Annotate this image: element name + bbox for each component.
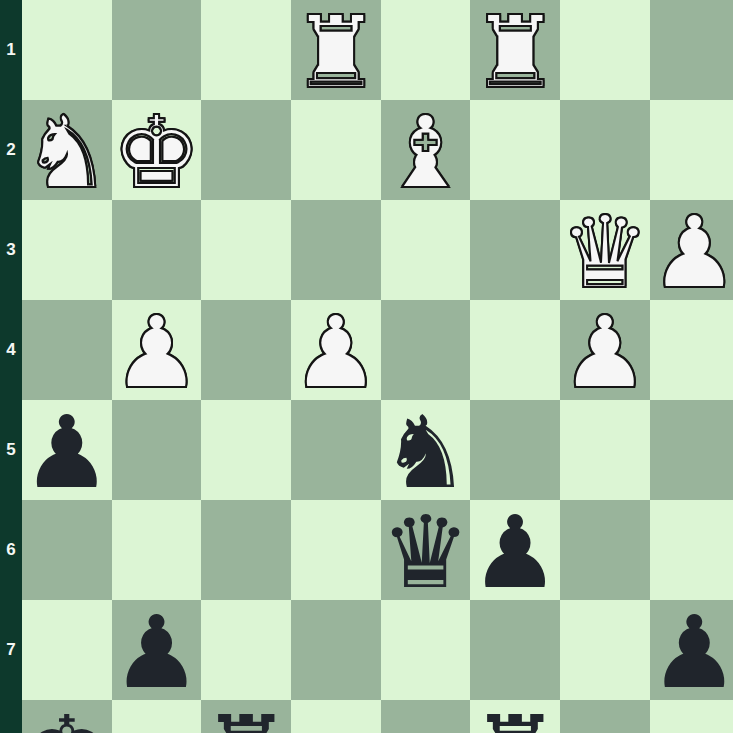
- white-king-g2[interactable]: ♚: [112, 103, 202, 203]
- square-h7[interactable]: [22, 600, 112, 700]
- square-f1[interactable]: [201, 0, 291, 100]
- square-b8[interactable]: [560, 700, 650, 733]
- square-c4[interactable]: [470, 300, 560, 400]
- rank-label-1: 1: [0, 0, 22, 100]
- square-h5[interactable]: ♟: [22, 400, 112, 500]
- black-knight-d5[interactable]: ♞: [381, 403, 471, 503]
- square-a8[interactable]: [650, 700, 733, 733]
- square-a5[interactable]: [650, 400, 733, 500]
- chess-board: 1♜♜2♞♚♝3♛♟4♟♟♟5♟♞6♛♟7♟♟8♚♜♜hgfedcba: [0, 0, 733, 733]
- square-f4[interactable]: [201, 300, 291, 400]
- square-h8[interactable]: ♚: [22, 700, 112, 733]
- square-g1[interactable]: [112, 0, 202, 100]
- square-b3[interactable]: ♛: [560, 200, 650, 300]
- square-g7[interactable]: ♟: [112, 600, 202, 700]
- square-e2[interactable]: [291, 100, 381, 200]
- square-d6[interactable]: ♛: [381, 500, 471, 600]
- square-b2[interactable]: [560, 100, 650, 200]
- square-f6[interactable]: [201, 500, 291, 600]
- square-a7[interactable]: ♟: [650, 600, 733, 700]
- square-h1[interactable]: [22, 0, 112, 100]
- square-b7[interactable]: [560, 600, 650, 700]
- rank-label-2: 2: [0, 100, 22, 200]
- square-c3[interactable]: [470, 200, 560, 300]
- square-a6[interactable]: [650, 500, 733, 600]
- black-pawn-h5[interactable]: ♟: [22, 403, 112, 503]
- square-d7[interactable]: [381, 600, 471, 700]
- square-e3[interactable]: [291, 200, 381, 300]
- rank-label-6: 6: [0, 500, 22, 600]
- square-c5[interactable]: [470, 400, 560, 500]
- black-rook-c8[interactable]: ♜: [470, 703, 560, 733]
- white-rook-c1[interactable]: ♜: [470, 3, 560, 103]
- square-g2[interactable]: ♚: [112, 100, 202, 200]
- square-h3[interactable]: [22, 200, 112, 300]
- square-e8[interactable]: [291, 700, 381, 733]
- square-f2[interactable]: [201, 100, 291, 200]
- square-h2[interactable]: ♞: [22, 100, 112, 200]
- square-b1[interactable]: [560, 0, 650, 100]
- white-rook-e1[interactable]: ♜: [291, 3, 381, 103]
- square-c1[interactable]: ♜: [470, 0, 560, 100]
- white-queen-b3[interactable]: ♛: [560, 203, 650, 303]
- square-c2[interactable]: [470, 100, 560, 200]
- square-a1[interactable]: [650, 0, 733, 100]
- square-e6[interactable]: [291, 500, 381, 600]
- square-g8[interactable]: [112, 700, 202, 733]
- square-g6[interactable]: [112, 500, 202, 600]
- white-knight-h2[interactable]: ♞: [22, 103, 112, 203]
- rank-label-5: 5: [0, 400, 22, 500]
- black-pawn-g7[interactable]: ♟: [112, 603, 202, 703]
- square-e5[interactable]: [291, 400, 381, 500]
- white-bishop-d2[interactable]: ♝: [381, 103, 471, 203]
- square-g4[interactable]: ♟: [112, 300, 202, 400]
- square-d1[interactable]: [381, 0, 471, 100]
- square-f5[interactable]: [201, 400, 291, 500]
- square-h4[interactable]: [22, 300, 112, 400]
- square-f8[interactable]: ♜: [201, 700, 291, 733]
- square-d3[interactable]: [381, 200, 471, 300]
- square-e4[interactable]: ♟: [291, 300, 381, 400]
- square-b5[interactable]: [560, 400, 650, 500]
- white-pawn-g4[interactable]: ♟: [112, 303, 202, 403]
- square-g3[interactable]: [112, 200, 202, 300]
- square-d2[interactable]: ♝: [381, 100, 471, 200]
- square-d8[interactable]: [381, 700, 471, 733]
- black-rook-f8[interactable]: ♜: [201, 703, 291, 733]
- square-h6[interactable]: [22, 500, 112, 600]
- square-g5[interactable]: [112, 400, 202, 500]
- square-c8[interactable]: ♜: [470, 700, 560, 733]
- square-a2[interactable]: [650, 100, 733, 200]
- white-pawn-a3[interactable]: ♟: [650, 203, 733, 303]
- rank-label-4: 4: [0, 300, 22, 400]
- black-queen-d6[interactable]: ♛: [381, 503, 471, 603]
- square-a3[interactable]: ♟: [650, 200, 733, 300]
- rank-label-7: 7: [0, 600, 22, 700]
- square-f7[interactable]: [201, 600, 291, 700]
- square-c7[interactable]: [470, 600, 560, 700]
- black-pawn-c6[interactable]: ♟: [470, 503, 560, 603]
- rank-label-8: 8: [0, 700, 22, 733]
- square-c6[interactable]: ♟: [470, 500, 560, 600]
- square-b4[interactable]: ♟: [560, 300, 650, 400]
- rank-label-3: 3: [0, 200, 22, 300]
- white-pawn-b4[interactable]: ♟: [560, 303, 650, 403]
- black-pawn-a7[interactable]: ♟: [650, 603, 733, 703]
- square-e1[interactable]: ♜: [291, 0, 381, 100]
- white-pawn-e4[interactable]: ♟: [291, 303, 381, 403]
- square-d5[interactable]: ♞: [381, 400, 471, 500]
- square-a4[interactable]: [650, 300, 733, 400]
- square-e7[interactable]: [291, 600, 381, 700]
- square-d4[interactable]: [381, 300, 471, 400]
- square-f3[interactable]: [201, 200, 291, 300]
- black-king-h8[interactable]: ♚: [22, 703, 112, 733]
- square-b6[interactable]: [560, 500, 650, 600]
